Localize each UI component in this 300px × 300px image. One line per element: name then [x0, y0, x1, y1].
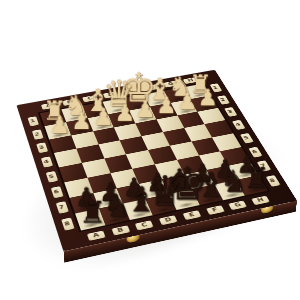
rank-label-3: 3 [36, 143, 48, 154]
rank-label-5: 5 [45, 171, 57, 183]
rank-label-5: 5 [240, 133, 254, 144]
square: ♟ [44, 122, 71, 139]
chess-set-photo: ABCDEFGH ABCDEFGH 12345678 12345678 ♜♞♝♛… [0, 0, 300, 300]
brass-clasp-icon [127, 232, 140, 243]
black-rook: ♜ [69, 197, 117, 227]
white-pawn: ♟ [38, 113, 81, 137]
rank-label-6: 6 [50, 186, 63, 198]
file-label-a: A [87, 230, 106, 240]
rank-label-4: 4 [40, 157, 52, 168]
brass-clasp-icon [261, 203, 274, 214]
rank-label-4: 4 [232, 120, 245, 130]
